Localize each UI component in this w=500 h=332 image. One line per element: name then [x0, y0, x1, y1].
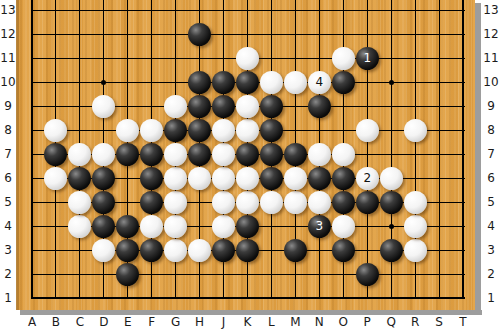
grid-line-vertical — [462, 0, 464, 299]
stone-white-M6 — [284, 167, 307, 190]
stone-white-O7 — [332, 143, 355, 166]
stone-black-H8 — [188, 119, 211, 142]
stone-white-N5 — [308, 191, 331, 214]
stone-white-G3 — [164, 239, 187, 262]
stone-black-N6 — [308, 167, 331, 190]
stone-white-C7 — [68, 143, 91, 166]
stone-white-G4 — [164, 215, 187, 238]
stone-white-L5 — [260, 191, 283, 214]
stone-white-M5 — [284, 191, 307, 214]
col-label-R: R — [406, 314, 424, 331]
row-label-left-6: 6 — [0, 170, 16, 186]
stone-black-K3 — [236, 239, 259, 262]
stone-black-N4: 3 — [308, 215, 331, 238]
stone-black-L7 — [260, 143, 283, 166]
stone-white-H6 — [188, 167, 211, 190]
stone-white-D9 — [92, 95, 115, 118]
stone-black-L8 — [260, 119, 283, 142]
stone-black-J9 — [212, 95, 235, 118]
stone-black-M3 — [284, 239, 307, 262]
stone-black-O6 — [332, 167, 355, 190]
stone-white-R5 — [404, 191, 427, 214]
col-label-S: S — [430, 314, 448, 331]
stone-black-P2 — [356, 263, 379, 286]
row-label-left-9: 9 — [0, 98, 16, 114]
stone-white-J5 — [212, 191, 235, 214]
stone-black-O3 — [332, 239, 355, 262]
col-label-H: H — [191, 314, 209, 331]
stone-black-Q5 — [380, 191, 403, 214]
stone-white-F8 — [140, 119, 163, 142]
board-shadow-right — [475, 3, 481, 314]
stone-white-R4 — [404, 215, 427, 238]
col-label-E: E — [119, 314, 137, 331]
stone-black-D4 — [92, 215, 115, 238]
stone-black-E2 — [116, 263, 139, 286]
stone-black-F5 — [140, 191, 163, 214]
stone-white-G6 — [164, 167, 187, 190]
move-number-2: 2 — [363, 172, 371, 184]
stone-white-K8 — [236, 119, 259, 142]
col-label-F: F — [143, 314, 161, 331]
stone-black-P11: 1 — [356, 47, 379, 70]
stone-white-R8 — [404, 119, 427, 142]
stone-white-O11 — [332, 47, 355, 70]
col-label-M: M — [286, 314, 304, 331]
stone-white-Q6 — [380, 167, 403, 190]
stone-black-H10 — [188, 71, 211, 94]
board-edge-left — [16, 0, 19, 310]
stone-white-C5 — [68, 191, 91, 214]
row-label-left-8: 8 — [0, 122, 16, 138]
stone-white-E8 — [116, 119, 139, 142]
stone-black-C6 — [68, 167, 91, 190]
row-label-right-8: 8 — [483, 122, 499, 138]
row-label-left-3: 3 — [0, 242, 16, 258]
stone-white-N7 — [308, 143, 331, 166]
stone-white-K6 — [236, 167, 259, 190]
col-label-O: O — [334, 314, 352, 331]
row-label-right-5: 5 — [483, 194, 499, 210]
stone-black-K10 — [236, 71, 259, 94]
stone-white-D3 — [92, 239, 115, 262]
stone-black-D5 — [92, 191, 115, 214]
stone-black-L9 — [260, 95, 283, 118]
col-label-N: N — [310, 314, 328, 331]
row-label-right-12: 12 — [483, 26, 499, 42]
stone-white-B8 — [44, 119, 67, 142]
stone-black-F3 — [140, 239, 163, 262]
stone-white-J6 — [212, 167, 235, 190]
row-label-left-13: 13 — [0, 2, 16, 18]
stone-white-C4 — [68, 215, 91, 238]
stone-black-E3 — [116, 239, 139, 262]
stone-black-H7 — [188, 143, 211, 166]
star-point — [389, 80, 394, 85]
col-label-D: D — [95, 314, 113, 331]
row-label-right-4: 4 — [483, 218, 499, 234]
stone-white-O4 — [332, 215, 355, 238]
row-label-right-9: 9 — [483, 98, 499, 114]
stone-black-P5 — [356, 191, 379, 214]
row-label-left-11: 11 — [0, 50, 16, 66]
grid-line-vertical — [31, 0, 33, 299]
row-label-right-1: 1 — [483, 290, 499, 306]
col-label-G: G — [167, 314, 185, 331]
row-label-right-10: 10 — [483, 74, 499, 90]
stone-white-M10 — [284, 71, 307, 94]
row-label-left-12: 12 — [0, 26, 16, 42]
row-label-right-11: 11 — [483, 50, 499, 66]
stone-black-E7 — [116, 143, 139, 166]
stone-black-E4 — [116, 215, 139, 238]
col-label-K: K — [239, 314, 257, 331]
col-label-C: C — [71, 314, 89, 331]
grid-line-vertical — [439, 0, 440, 299]
stone-black-J3 — [212, 239, 235, 262]
grid-line-horizontal — [31, 274, 465, 275]
stone-black-L6 — [260, 167, 283, 190]
row-label-left-10: 10 — [0, 74, 16, 90]
stone-white-P8 — [356, 119, 379, 142]
col-label-B: B — [47, 314, 65, 331]
row-label-right-3: 3 — [483, 242, 499, 258]
row-label-left-4: 4 — [0, 218, 16, 234]
stone-white-H3 — [188, 239, 211, 262]
stone-black-F6 — [140, 167, 163, 190]
move-number-3: 3 — [316, 220, 324, 232]
grid-line-horizontal — [31, 34, 465, 35]
star-point — [389, 224, 394, 229]
col-label-Q: Q — [382, 314, 400, 331]
move-number-1: 1 — [363, 52, 371, 64]
star-point — [101, 80, 106, 85]
grid-line-horizontal — [31, 10, 465, 11]
row-label-left-5: 5 — [0, 194, 16, 210]
col-label-T: T — [454, 314, 472, 331]
row-label-right-13: 13 — [483, 2, 499, 18]
stone-black-H9 — [188, 95, 211, 118]
stone-black-O5 — [332, 191, 355, 214]
stone-white-K11 — [236, 47, 259, 70]
stone-black-N9 — [308, 95, 331, 118]
stone-white-G5 — [164, 191, 187, 214]
grid-line-vertical — [367, 0, 368, 299]
stone-white-J8 — [212, 119, 235, 142]
stone-white-J7 — [212, 143, 235, 166]
stone-white-J4 — [212, 215, 235, 238]
stone-black-M7 — [284, 143, 307, 166]
stone-white-G9 — [164, 95, 187, 118]
stone-black-Q3 — [380, 239, 403, 262]
stone-white-G7 — [164, 143, 187, 166]
row-label-right-7: 7 — [483, 146, 499, 162]
col-label-A: A — [23, 314, 41, 331]
stone-black-K4 — [236, 215, 259, 238]
stone-black-K7 — [236, 143, 259, 166]
move-number-4: 4 — [316, 76, 324, 88]
row-label-right-6: 6 — [483, 170, 499, 186]
stone-black-G8 — [164, 119, 187, 142]
go-diagram-page: 1313121211111010998877665544332211ABCDEF… — [0, 0, 500, 332]
row-label-left-7: 7 — [0, 146, 16, 162]
stone-black-O10 — [332, 71, 355, 94]
stone-white-P6: 2 — [356, 167, 379, 190]
stone-white-R3 — [404, 239, 427, 262]
stone-white-D7 — [92, 143, 115, 166]
col-label-J: J — [215, 314, 233, 331]
stone-white-L10 — [260, 71, 283, 94]
stone-white-B6 — [44, 167, 67, 190]
col-label-L: L — [262, 314, 280, 331]
stone-white-K5 — [236, 191, 259, 214]
stone-black-J10 — [212, 71, 235, 94]
stone-white-N10: 4 — [308, 71, 331, 94]
row-label-left-2: 2 — [0, 266, 16, 282]
row-label-left-1: 1 — [0, 290, 16, 306]
stone-white-F4 — [140, 215, 163, 238]
row-label-right-2: 2 — [483, 266, 499, 282]
stone-black-F7 — [140, 143, 163, 166]
stone-black-D6 — [92, 167, 115, 190]
stone-black-H12 — [188, 23, 211, 46]
grid-line-horizontal — [31, 297, 465, 299]
stone-black-B7 — [44, 143, 67, 166]
stone-white-K9 — [236, 95, 259, 118]
col-label-P: P — [358, 314, 376, 331]
